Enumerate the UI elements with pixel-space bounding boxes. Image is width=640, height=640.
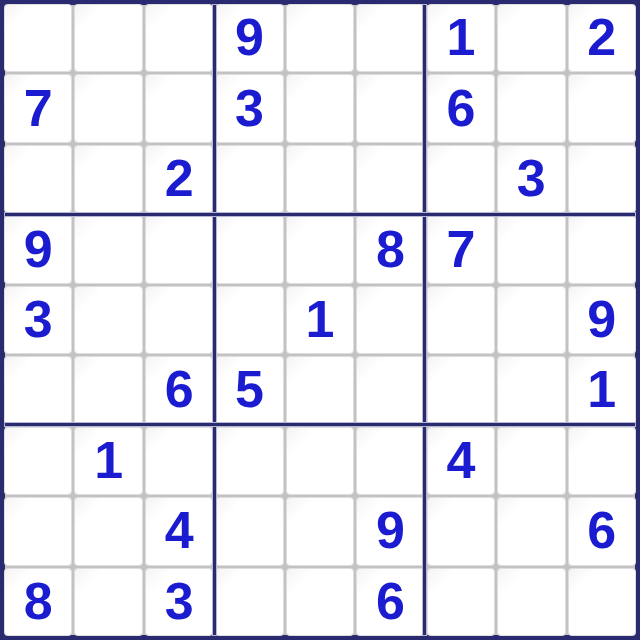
cell-r4c7: 7 <box>428 216 494 282</box>
cell-r7c6[interactable] <box>357 428 423 494</box>
cell-r8c6: 9 <box>357 498 423 564</box>
cell-r4c4[interactable] <box>216 216 282 282</box>
cell-r5c1: 3 <box>5 287 71 353</box>
cell-r8c5[interactable] <box>287 498 353 564</box>
cell-r3c1[interactable] <box>5 146 71 212</box>
cell-r1c2[interactable] <box>75 5 141 71</box>
cell-r2c3[interactable] <box>146 75 212 141</box>
given-digit: 7 <box>446 223 475 275</box>
cell-r7c9[interactable] <box>569 428 635 494</box>
cell-r8c2[interactable] <box>75 498 141 564</box>
cell-r4c1: 9 <box>5 216 71 282</box>
cell-r5c2[interactable] <box>75 287 141 353</box>
cell-r6c6[interactable] <box>357 357 423 423</box>
cell-r4c8[interactable] <box>498 216 564 282</box>
cell-r5c8[interactable] <box>498 287 564 353</box>
cell-r9c8[interactable] <box>498 569 564 635</box>
cell-r3c5[interactable] <box>287 146 353 212</box>
cell-r9c3: 3 <box>146 569 212 635</box>
given-digit: 6 <box>587 504 616 556</box>
cell-r6c5[interactable] <box>287 357 353 423</box>
cell-r1c1[interactable] <box>5 5 71 71</box>
cell-r6c1[interactable] <box>5 357 71 423</box>
given-digit: 6 <box>165 363 194 415</box>
cell-r7c2: 1 <box>75 428 141 494</box>
box-divider-vertical-2 <box>423 5 426 635</box>
given-digit: 6 <box>376 575 405 627</box>
cell-r5c3[interactable] <box>146 287 212 353</box>
cell-r9c7[interactable] <box>428 569 494 635</box>
cell-r7c3[interactable] <box>146 428 212 494</box>
cell-r2c8[interactable] <box>498 75 564 141</box>
cell-r2c5[interactable] <box>287 75 353 141</box>
cell-r6c9: 1 <box>569 357 635 423</box>
given-digit: 4 <box>446 434 475 486</box>
cell-r2c2[interactable] <box>75 75 141 141</box>
cell-r3c3: 2 <box>146 146 212 212</box>
given-digit: 3 <box>24 293 53 345</box>
cell-r8c1[interactable] <box>5 498 71 564</box>
cell-r7c1[interactable] <box>5 428 71 494</box>
cell-r3c9[interactable] <box>569 146 635 212</box>
given-digit: 2 <box>587 11 616 63</box>
box-divider-horizontal-1 <box>5 213 635 216</box>
cell-r1c8[interactable] <box>498 5 564 71</box>
given-digit: 1 <box>587 363 616 415</box>
cell-r9c2[interactable] <box>75 569 141 635</box>
cell-r9c4[interactable] <box>216 569 282 635</box>
cell-r3c8: 3 <box>498 146 564 212</box>
given-digit: 1 <box>94 434 123 486</box>
cell-r2c9[interactable] <box>569 75 635 141</box>
given-digit: 3 <box>165 575 194 627</box>
cell-r5c9: 9 <box>569 287 635 353</box>
cell-r4c6: 8 <box>357 216 423 282</box>
cell-r8c3: 4 <box>146 498 212 564</box>
given-digit: 1 <box>446 11 475 63</box>
cell-r6c4: 5 <box>216 357 282 423</box>
cell-r9c1: 8 <box>5 569 71 635</box>
cell-r9c9[interactable] <box>569 569 635 635</box>
cell-r8c9: 6 <box>569 498 635 564</box>
given-digit: 6 <box>446 82 475 134</box>
cell-r3c2[interactable] <box>75 146 141 212</box>
given-digit: 3 <box>235 82 264 134</box>
cell-r5c6[interactable] <box>357 287 423 353</box>
cell-r5c4[interactable] <box>216 287 282 353</box>
cell-r1c4: 9 <box>216 5 282 71</box>
given-digit: 8 <box>24 575 53 627</box>
given-digit: 3 <box>517 152 546 204</box>
given-digit: 1 <box>306 293 335 345</box>
cell-r3c7[interactable] <box>428 146 494 212</box>
given-digit: 7 <box>24 82 53 134</box>
cell-r6c8[interactable] <box>498 357 564 423</box>
sudoku-grid: 9127362398731965114496836 <box>5 5 635 635</box>
cell-r9c6: 6 <box>357 569 423 635</box>
box-divider-horizontal-2 <box>5 423 635 426</box>
given-digit: 2 <box>165 152 194 204</box>
cell-r2c4: 3 <box>216 75 282 141</box>
cell-r9c5[interactable] <box>287 569 353 635</box>
given-digit: 8 <box>376 223 405 275</box>
cell-r6c7[interactable] <box>428 357 494 423</box>
cell-r4c5[interactable] <box>287 216 353 282</box>
cell-r6c2[interactable] <box>75 357 141 423</box>
cell-r1c9: 2 <box>569 5 635 71</box>
cell-r5c5: 1 <box>287 287 353 353</box>
cell-r8c8[interactable] <box>498 498 564 564</box>
given-digit: 9 <box>376 504 405 556</box>
given-digit: 9 <box>24 223 53 275</box>
cell-r4c2[interactable] <box>75 216 141 282</box>
given-digit: 9 <box>235 11 264 63</box>
cell-r1c6[interactable] <box>357 5 423 71</box>
cell-r2c7: 6 <box>428 75 494 141</box>
cell-r7c5[interactable] <box>287 428 353 494</box>
cell-r8c4[interactable] <box>216 498 282 564</box>
cell-r1c7: 1 <box>428 5 494 71</box>
cell-r8c7[interactable] <box>428 498 494 564</box>
cell-r1c3[interactable] <box>146 5 212 71</box>
given-digit: 4 <box>165 504 194 556</box>
cell-r3c6[interactable] <box>357 146 423 212</box>
cell-r1c5[interactable] <box>287 5 353 71</box>
cell-r3c4[interactable] <box>216 146 282 212</box>
given-digit: 9 <box>587 293 616 345</box>
cell-r7c8[interactable] <box>498 428 564 494</box>
cell-r7c7: 4 <box>428 428 494 494</box>
cell-r2c6[interactable] <box>357 75 423 141</box>
cell-r5c7[interactable] <box>428 287 494 353</box>
cell-r7c4[interactable] <box>216 428 282 494</box>
cell-r4c9[interactable] <box>569 216 635 282</box>
cell-r4c3[interactable] <box>146 216 212 282</box>
given-digit: 5 <box>235 363 264 415</box>
box-divider-vertical-1 <box>213 5 216 635</box>
sudoku-board: 9127362398731965114496836 <box>0 0 640 640</box>
cell-r2c1: 7 <box>5 75 71 141</box>
cell-r6c3: 6 <box>146 357 212 423</box>
